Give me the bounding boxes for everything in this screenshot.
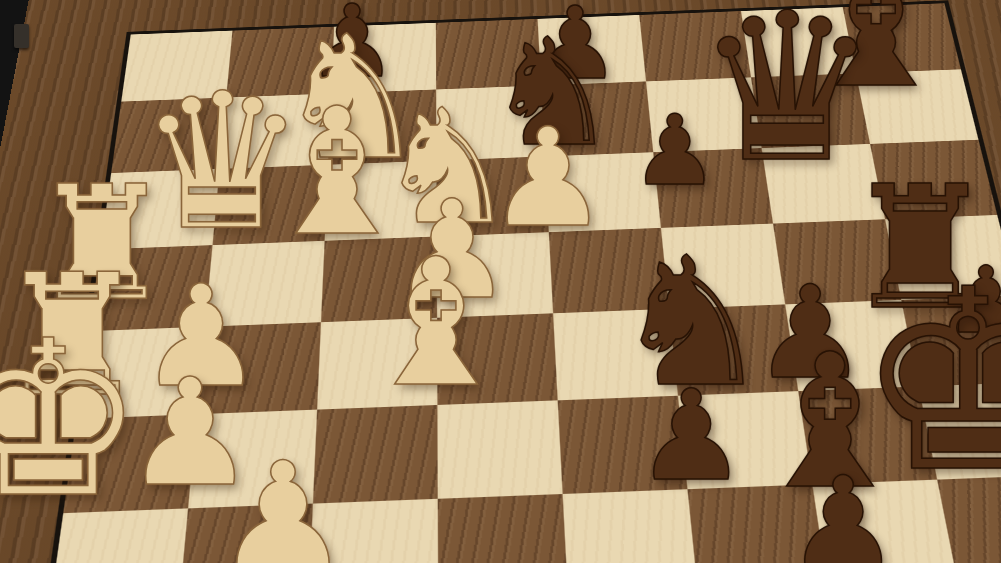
white-pawn-b3[interactable]: ♟ <box>214 442 352 563</box>
black-pawn-c6[interactable]: ♟ <box>635 373 747 498</box>
black-pawn-b7[interactable]: ♟ <box>786 460 901 563</box>
chess-photo-scene: ♚♜♜♛♝♞♞♟♟♝♟♟♟♟♟♞♛♝♟♜♞♟♟♝♚♟♟ <box>0 0 1001 563</box>
white-king-c1[interactable]: ♚ <box>0 312 144 527</box>
white-bishop-d4[interactable]: ♝ <box>357 236 515 412</box>
board-hinge <box>14 24 29 48</box>
square-b4[interactable] <box>438 494 568 563</box>
black-pawn-f6[interactable]: ♟ <box>632 102 719 199</box>
